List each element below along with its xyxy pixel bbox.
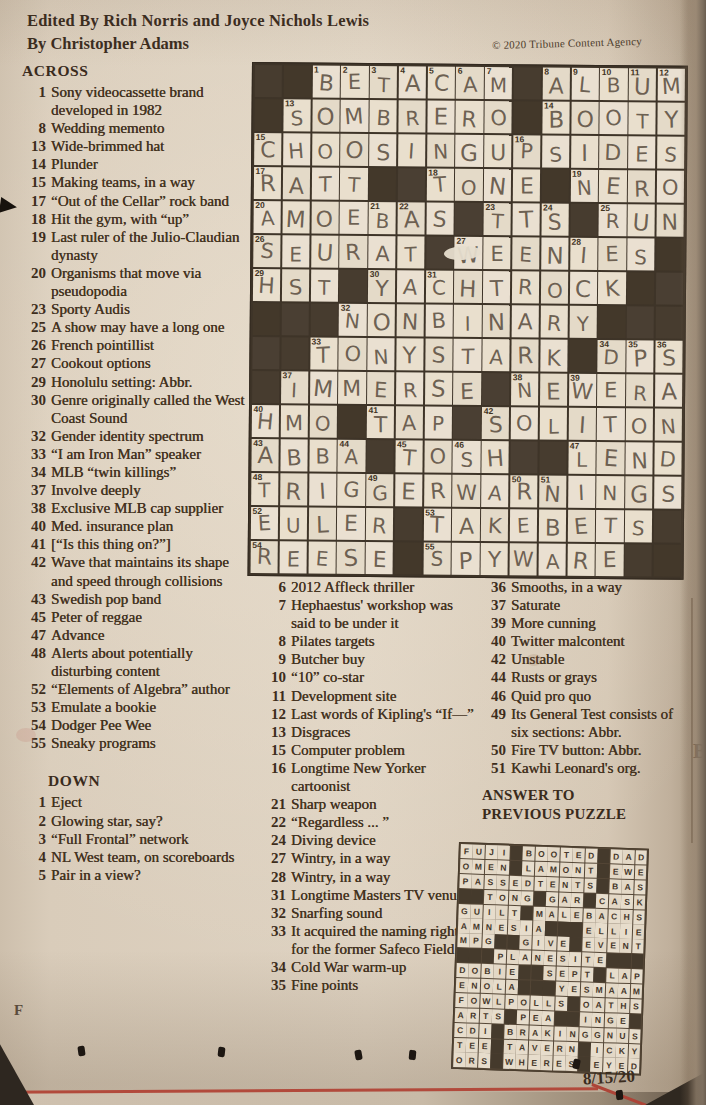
answer-cell: A — [592, 998, 604, 1012]
handwritten-letter: T — [318, 277, 330, 297]
clue: 9Butcher buy — [262, 650, 478, 668]
answer-letter: E — [585, 940, 591, 950]
clue-number: 33 — [262, 922, 291, 940]
clue: 15Computer problem — [262, 741, 478, 759]
clue-text: MLB “twin killings” — [51, 463, 251, 481]
answer-letter: V — [598, 940, 604, 950]
clue: 53Emulate a bookie — [22, 698, 255, 716]
grid-cell: E — [540, 373, 567, 406]
grid-cell: 23T — [484, 203, 511, 236]
black-square — [531, 966, 543, 980]
grid-cell: 35P — [626, 340, 653, 373]
clue-text: Organisms that move via pseudopodia — [51, 264, 251, 300]
black-square — [594, 968, 606, 982]
clue-text: NL West team, on scoreboards — [51, 848, 251, 866]
answer-cell: I — [532, 936, 544, 950]
clue-number: 43 — [22, 590, 51, 608]
clue-text: Hit the gym, with “up” — [51, 210, 251, 228]
answer-cell: S — [497, 875, 509, 889]
grid-cell: A — [368, 236, 395, 269]
grid-cell: R — [424, 474, 451, 507]
clue-number: 13 — [262, 723, 291, 741]
handwritten-letter: I — [408, 141, 415, 162]
clue-text: Saturate — [511, 596, 689, 614]
grid-cell: I — [309, 473, 336, 506]
handwritten-letter: P — [520, 141, 534, 162]
clue: 2Glowing star, say? — [22, 812, 255, 830]
black-square — [254, 99, 281, 132]
black-square — [252, 337, 279, 370]
handwritten-letter: R — [546, 313, 562, 335]
answer-letter: G — [582, 1029, 589, 1039]
answer-letter: C — [457, 1025, 463, 1035]
answer-letter: S — [481, 1055, 487, 1065]
grid-cell: R — [340, 236, 367, 269]
handwritten-letter: T — [259, 480, 271, 500]
grid-cell: 26S — [253, 235, 280, 268]
handwritten-letter: S — [631, 518, 646, 539]
cell-number: 5 — [429, 67, 434, 76]
grid-cell: 7M — [485, 67, 512, 100]
clue-text: Making teams, in a way — [51, 173, 251, 191]
clue-number: 8 — [22, 119, 51, 137]
clue: 37Involve deeply — [22, 481, 255, 499]
answer-cell: L — [496, 905, 508, 919]
handwritten-letter: T — [347, 174, 360, 194]
clue-number: 45 — [22, 608, 51, 626]
answer-cell: B — [583, 908, 595, 922]
answer-cell: T — [560, 848, 572, 862]
handwritten-letter: E — [348, 72, 362, 93]
grid-cell: S — [542, 136, 569, 169]
registration-mark — [217, 1047, 225, 1058]
handwritten-letter: E — [603, 447, 619, 471]
answer-cell: T — [582, 953, 594, 967]
grid-cell: 52E — [251, 507, 278, 540]
clue-text: “I am Iron Man” speaker — [51, 445, 251, 463]
grid-cell: D — [599, 136, 626, 169]
handwritten-letter: M — [344, 105, 365, 128]
clue-number: 10 — [262, 668, 291, 686]
clue: 54Dodger Pee Wee — [22, 716, 255, 734]
black-square — [253, 303, 280, 336]
handwritten-letter: N — [516, 380, 533, 401]
handwritten-letter: N — [603, 482, 618, 503]
handwritten-letter: A — [344, 446, 359, 467]
previous-answer-label-line1: ANSWER TO — [482, 786, 702, 805]
grid-cell: 51N — [539, 475, 566, 508]
handwritten-letter: I — [318, 480, 326, 502]
clue: 29Honolulu setting: Abbr. — [22, 373, 255, 391]
clue-number: 26 — [22, 336, 51, 354]
black-square — [482, 373, 509, 406]
clue: 33It acquired the naming rights for the … — [262, 922, 478, 958]
answer-cell: D — [610, 849, 622, 863]
answer-letter: G — [461, 906, 468, 916]
clue-number: 52 — [22, 680, 51, 698]
black-square — [597, 864, 609, 878]
answer-letter: K — [544, 1028, 550, 1038]
answer-letter: A — [624, 882, 630, 892]
clue-text: Computer problem — [291, 741, 478, 759]
grid-cell: E — [282, 235, 309, 268]
handwritten-letter: P — [458, 549, 473, 573]
answer-cell: T — [480, 1009, 492, 1023]
answer-letter: K — [636, 897, 642, 907]
grid-cell: O — [424, 440, 451, 473]
grid-cell: 37I — [281, 371, 308, 404]
answer-letter: U — [474, 906, 480, 916]
clue-number: 8 — [262, 632, 291, 650]
answer-cell: M — [472, 859, 484, 873]
clue-number: 33 — [22, 445, 51, 463]
grid-cell: I — [571, 136, 598, 169]
grid-cell: 39W — [569, 374, 596, 407]
grid-cell: B — [370, 100, 397, 133]
handwritten-letter: G — [372, 482, 388, 503]
answer-letter: A — [625, 852, 631, 862]
answer-letter: B — [484, 966, 490, 976]
black-square — [607, 953, 619, 967]
grid-cell: 28I — [570, 238, 597, 271]
clue-number: 5 — [22, 866, 51, 884]
handwritten-letter: U — [315, 241, 333, 265]
answer-letter: P — [508, 997, 514, 1007]
handwritten-letter: U — [634, 75, 652, 99]
answer-cell: C — [596, 894, 608, 908]
grid-cell: P — [452, 543, 479, 576]
answer-cell: O — [518, 995, 530, 1009]
handwritten-letter: A — [660, 380, 677, 403]
grid-cell: E — [513, 169, 540, 202]
answer-cell: T — [484, 890, 496, 904]
answer-letter: A — [545, 1013, 551, 1023]
grid-cell: 29H — [253, 269, 280, 302]
handwritten-letter: E — [573, 516, 589, 539]
answer-cell: A — [535, 862, 547, 876]
answer-letter: S — [547, 968, 553, 978]
clue-number: 27 — [22, 354, 51, 372]
handwritten-letter: D — [604, 141, 622, 164]
grid-cell: A — [655, 374, 682, 407]
answer-letter: L — [546, 998, 552, 1008]
clue: 41[“Is this thing on?”] — [22, 535, 255, 553]
grid-cell: R — [540, 305, 567, 338]
clue: 38Exclusive MLB cap supplier — [22, 499, 255, 517]
clue-text: A show may have a long one — [51, 318, 251, 336]
clue-text: “Elements of Algebra” author — [51, 680, 251, 698]
page-curl-edge — [680, 0, 706, 1105]
handwritten-letter: T — [405, 244, 417, 265]
clue: 50Fire TV button: Abbr. — [482, 741, 702, 759]
answer-letter: G — [524, 893, 531, 903]
grid-cell: N — [541, 237, 568, 270]
handwritten-letter: I — [578, 414, 586, 437]
grid-cell: 13S — [283, 99, 310, 132]
clue-text: “Out of the Cellar” rock band — [51, 192, 251, 210]
handwritten-letter: E — [344, 513, 358, 535]
handwritten-letter: E — [374, 380, 388, 402]
answer-letter: E — [488, 862, 494, 872]
grid-cell: O — [368, 304, 395, 337]
answer-letter: E — [533, 1013, 539, 1023]
handwritten-letter: A — [288, 175, 304, 198]
handwritten-letter: B — [548, 109, 564, 132]
clue: 1Eject — [22, 793, 255, 811]
clue-number: 44 — [482, 668, 511, 686]
grid-cell: T — [310, 269, 337, 302]
handwritten-letter: N — [433, 141, 449, 161]
answer-letter: E — [576, 850, 582, 860]
answer-cell: E — [607, 939, 619, 953]
answer-cell: T — [534, 876, 546, 890]
clue-number: 1 — [22, 83, 51, 101]
answer-letter: R — [556, 1043, 562, 1053]
handwritten-letter: Y — [488, 550, 502, 572]
handwritten-letter: R — [405, 108, 420, 129]
handwritten-letter: N — [546, 245, 564, 268]
handwritten-letter: R — [256, 546, 272, 569]
answer-cell: P — [494, 950, 506, 964]
answer-letter: R — [543, 1058, 549, 1068]
black-square — [491, 1054, 503, 1068]
clue-text: Rusts or grays — [511, 668, 689, 686]
answer-letter: E — [531, 1057, 537, 1067]
black-square — [555, 1011, 567, 1025]
grid-cell: 33T — [310, 337, 337, 370]
grid-cell: Y — [396, 338, 423, 371]
answer-letter: N — [595, 1015, 601, 1025]
clue: 44Rusts or grays — [482, 668, 702, 686]
grid-cell: D — [654, 442, 681, 475]
answer-letter: D — [613, 851, 619, 861]
handwritten-letter: R — [259, 172, 276, 195]
answer-cell: A — [546, 907, 558, 921]
clue-number: 34 — [22, 463, 51, 481]
answer-cell: E — [495, 920, 507, 934]
grid-cell: E — [628, 136, 655, 169]
answer-cell: A — [618, 984, 630, 998]
handwritten-letter: K — [546, 347, 561, 370]
answer-cell: E — [583, 923, 595, 937]
clue: 13Disgraces — [262, 723, 478, 741]
grid-cell: R — [396, 372, 423, 405]
answer-cell: D — [585, 848, 597, 862]
answer-letter: I — [574, 954, 577, 964]
answer-cell: C — [603, 1043, 615, 1057]
answer-letter: S — [636, 912, 642, 922]
answer-cell: I — [569, 952, 581, 966]
crossword-grid: 1B2E3T4A5C6A7M8A9L10B11U12M13SOMBRERO14B… — [248, 62, 689, 580]
cell-number: 9 — [573, 68, 578, 77]
answer-cell: T — [632, 939, 644, 953]
clue-number: 29 — [22, 373, 51, 391]
answer-letter: H — [620, 1001, 626, 1011]
handwritten-letter: C — [260, 139, 276, 161]
answer-cell: A — [622, 879, 634, 893]
answer-cell: I — [554, 1026, 566, 1040]
answer-cell: R — [466, 1053, 478, 1067]
answer-cell: O — [469, 964, 481, 978]
black-square — [510, 441, 537, 474]
grid-cell: N — [367, 338, 394, 371]
answer-letter: O — [538, 849, 545, 859]
answer-cell: R — [517, 1025, 529, 1039]
handwritten-letter: A — [375, 244, 390, 266]
clue-text: Eject — [51, 793, 251, 811]
grid-cell: O — [626, 408, 653, 441]
answer-letter: A — [562, 894, 568, 904]
previous-answer-label-line2: PREVIOUS PUZZLE — [482, 805, 702, 824]
answer-cell: R — [571, 893, 583, 907]
clue-number: 20 — [22, 264, 51, 282]
clue-number: 21 — [262, 795, 291, 813]
grid-cell: U — [311, 235, 338, 268]
grid-cell: E — [366, 542, 393, 575]
answer-letter: T — [575, 880, 581, 890]
grid-cell: 30Y — [368, 270, 395, 303]
clue: 3“Full Frontal” network — [22, 830, 255, 848]
black-square — [568, 997, 580, 1011]
answer-letter: E — [613, 866, 619, 876]
grid-cell: E — [512, 237, 539, 270]
black-square — [567, 1012, 579, 1026]
black-square — [598, 849, 610, 863]
grid-cell: R — [456, 101, 483, 134]
answer-letter: O — [463, 861, 470, 871]
handwritten-letter: S — [290, 108, 303, 128]
grid-cell: T — [629, 102, 656, 135]
answer-cell: G — [482, 934, 494, 948]
grid-cell: 15C — [254, 133, 281, 166]
answer-letter: O — [562, 865, 569, 875]
handwritten-letter: R — [572, 549, 590, 573]
clue-text: Smooths, in a way — [511, 578, 689, 596]
answer-letter: M — [536, 908, 543, 918]
answer-cell: S — [634, 880, 646, 894]
answer-cell: I — [483, 904, 495, 918]
clue-text: Last ruler of the Julio-Claudian dynasty — [51, 228, 251, 264]
clue: 32Gender identity spectrum — [22, 427, 255, 445]
answer-letter: T — [585, 955, 591, 965]
answer-cell: E — [557, 937, 569, 951]
handwritten-letter: R — [518, 277, 534, 299]
answer-cell: I — [520, 921, 532, 935]
clue-number: 46 — [482, 687, 511, 705]
handwritten-letter: S — [432, 208, 448, 231]
black-square — [482, 949, 494, 963]
answer-letter: A — [621, 971, 627, 981]
clue-number: 6 — [262, 578, 291, 596]
handwritten-letter: M — [342, 377, 361, 399]
clue-text: Fine points — [291, 976, 478, 994]
clue-text: Swedish pop band — [51, 590, 251, 608]
answer-letter: N — [569, 1029, 575, 1039]
answer-cell: L — [558, 907, 570, 921]
grid-cell: E — [279, 541, 306, 574]
answer-letter: E — [512, 878, 518, 888]
clue-text: Development site — [291, 687, 478, 705]
answer-cell: E — [617, 1013, 629, 1027]
answer-cell: M — [593, 983, 605, 997]
grid-cell: A — [481, 475, 508, 508]
black-square — [570, 937, 582, 951]
answer-letter: T — [588, 865, 594, 875]
clue-text: Disgraces — [291, 723, 478, 741]
answer-letter: D — [459, 965, 465, 975]
black-square — [521, 906, 533, 920]
handwritten-letter: R — [605, 211, 619, 231]
answer-letter: B — [526, 848, 532, 858]
answer-letter: L — [496, 981, 502, 991]
handwritten-letter: S — [431, 344, 446, 367]
clue: 16Longtime New Yorker cartoonist — [262, 759, 478, 795]
grid-cell: E — [567, 510, 594, 543]
handwritten-letter: P — [633, 347, 648, 371]
clue: 43Swedish pop band — [22, 590, 255, 608]
answer-letter: W — [505, 1056, 513, 1066]
handwritten-letter: E — [604, 380, 617, 401]
grid-cell: E — [427, 101, 454, 134]
clue-text: Longtime Masters TV venue — [291, 886, 478, 904]
answer-cell: R — [553, 1041, 565, 1055]
answer-cell: E — [568, 982, 580, 996]
clue-number: 30 — [22, 391, 51, 409]
clue: 8Pilates targets — [262, 632, 478, 650]
black-square — [491, 1039, 503, 1053]
answer-letter: I — [525, 923, 528, 933]
grid-cell: 44A — [338, 440, 365, 473]
handwritten-letter: R — [402, 380, 417, 400]
clue-text: Involve deeply — [51, 481, 251, 499]
handwritten-letter: Y — [375, 278, 389, 300]
handwritten-letter: S — [664, 144, 678, 165]
clue: 8Wedding memento — [22, 119, 255, 137]
grid-cell: E — [308, 541, 335, 574]
handwritten-letter: R — [345, 241, 361, 263]
handwritten-letter: T — [401, 447, 416, 470]
grid-cell: I — [454, 305, 481, 338]
black-square — [338, 406, 365, 439]
grid-cell: 4A — [399, 66, 426, 99]
handwritten-letter: S — [548, 211, 562, 233]
clue: 46Quid pro quo — [482, 687, 702, 705]
grid-cell: O — [511, 407, 538, 440]
answer-letter: B — [507, 1027, 513, 1037]
down-heading: DOWN — [48, 772, 255, 790]
answer-cell: N — [559, 877, 571, 891]
handwritten-letter: S — [460, 449, 473, 470]
answer-cell: E — [571, 908, 583, 922]
clue-text: Exclusive MLB cap supplier — [51, 499, 251, 517]
answer-letter: L — [533, 998, 539, 1008]
grid-cell: N — [397, 304, 424, 337]
answer-cell: E — [528, 1055, 540, 1069]
answer-letter: I — [503, 848, 506, 858]
black-square — [281, 337, 308, 370]
handwritten-letter: A — [487, 482, 503, 503]
black-square — [339, 270, 366, 303]
grid-cell: S — [282, 269, 309, 302]
grid-cell: S — [627, 238, 654, 271]
answer-letter: E — [638, 867, 644, 877]
handwritten-letter: P — [432, 413, 445, 433]
grid-cell: I — [398, 134, 425, 167]
grid-cell: H — [482, 441, 509, 474]
clue-text: French pointillist — [51, 336, 251, 354]
handwritten-letter: A — [545, 552, 560, 572]
answer-letter: A — [536, 923, 542, 933]
